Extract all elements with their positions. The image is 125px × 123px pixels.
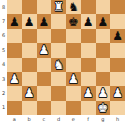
white-king-g1[interactable]: ♚ <box>97 102 108 114</box>
square-h5[interactable] <box>110 43 125 57</box>
square-c3[interactable] <box>37 72 52 86</box>
square-c8[interactable] <box>37 0 52 14</box>
square-g5[interactable] <box>96 43 111 57</box>
white-pawn-g2[interactable]: ♟ <box>97 87 108 99</box>
square-f2[interactable]: ♟ <box>81 86 96 100</box>
square-c6[interactable] <box>37 29 52 43</box>
square-b1[interactable] <box>22 101 37 115</box>
rank-label: 6 <box>0 29 7 43</box>
square-f7[interactable]: ♟ <box>81 14 96 28</box>
square-a4[interactable] <box>7 58 22 72</box>
white-rook-d8[interactable]: ♜ <box>53 1 64 13</box>
square-g1[interactable]: ♚ <box>96 101 111 115</box>
square-f3[interactable] <box>81 72 96 86</box>
square-d3[interactable] <box>51 72 66 86</box>
square-h4[interactable] <box>110 58 125 72</box>
square-h3[interactable] <box>110 72 125 86</box>
square-a7[interactable]: ♟ <box>7 14 22 28</box>
square-e6[interactable] <box>66 29 81 43</box>
square-d5[interactable] <box>51 43 66 57</box>
rank-label: 2 <box>0 86 7 100</box>
square-d8[interactable]: ♜ <box>51 0 66 14</box>
square-b6[interactable] <box>22 29 37 43</box>
file-label: g <box>96 115 111 123</box>
white-knight-d4[interactable]: ♞ <box>53 59 64 71</box>
black-knight-e8[interactable]: ♞ <box>68 1 79 13</box>
square-h6[interactable]: ♟ <box>110 29 125 43</box>
black-pawn-c7[interactable]: ♟ <box>38 16 49 28</box>
square-h8[interactable] <box>110 0 125 14</box>
black-pawn-a7[interactable]: ♟ <box>9 16 20 28</box>
square-e8[interactable]: ♞ <box>66 0 81 14</box>
square-e4[interactable] <box>66 58 81 72</box>
file-label: b <box>22 115 37 123</box>
rank-label: 8 <box>0 0 7 14</box>
square-h1[interactable] <box>110 101 125 115</box>
square-a3[interactable]: ♟ <box>7 72 22 86</box>
square-f8[interactable] <box>81 0 96 14</box>
square-e3[interactable]: ♟ <box>66 72 81 86</box>
black-pawn-b7[interactable]: ♟ <box>24 16 35 28</box>
square-d4[interactable]: ♞ <box>51 58 66 72</box>
chess-diagram: 87654321 ♜♞♟♟♟♚♟♟♟♟♞♟♟♟♟♟♟♚ abcdefgh <box>0 0 125 123</box>
file-labels: abcdefgh <box>7 115 125 123</box>
square-a6[interactable] <box>7 29 22 43</box>
square-e1[interactable] <box>66 101 81 115</box>
square-c1[interactable] <box>37 101 52 115</box>
square-b8[interactable] <box>22 0 37 14</box>
square-c4[interactable] <box>37 58 52 72</box>
square-g8[interactable] <box>96 0 111 14</box>
file-label: c <box>37 115 52 123</box>
square-f5[interactable] <box>81 43 96 57</box>
file-label: h <box>110 115 125 123</box>
file-label: e <box>66 115 81 123</box>
square-g3[interactable] <box>96 72 111 86</box>
square-g7[interactable]: ♟ <box>96 14 111 28</box>
square-h2[interactable]: ♟ <box>110 86 125 100</box>
file-label: d <box>51 115 66 123</box>
square-e5[interactable] <box>66 43 81 57</box>
black-pawn-f7[interactable]: ♟ <box>83 16 94 28</box>
square-c7[interactable]: ♟ <box>37 14 52 28</box>
square-b7[interactable]: ♟ <box>22 14 37 28</box>
square-e2[interactable] <box>66 86 81 100</box>
white-pawn-a3[interactable]: ♟ <box>9 73 20 85</box>
white-pawn-e3[interactable]: ♟ <box>68 73 79 85</box>
square-g4[interactable] <box>96 58 111 72</box>
white-pawn-b2[interactable]: ♟ <box>24 87 35 99</box>
white-pawn-h2[interactable]: ♟ <box>112 87 123 99</box>
square-h7[interactable] <box>110 14 125 28</box>
black-pawn-g7[interactable]: ♟ <box>97 16 108 28</box>
square-b3[interactable] <box>22 72 37 86</box>
file-label: a <box>7 115 22 123</box>
square-b5[interactable] <box>22 43 37 57</box>
black-king-e7[interactable]: ♚ <box>68 16 79 28</box>
chess-board[interactable]: ♜♞♟♟♟♚♟♟♟♟♞♟♟♟♟♟♟♚ <box>7 0 125 115</box>
rank-label: 4 <box>0 58 7 72</box>
square-f6[interactable] <box>81 29 96 43</box>
square-d2[interactable] <box>51 86 66 100</box>
square-c5[interactable]: ♟ <box>37 43 52 57</box>
black-pawn-h6[interactable]: ♟ <box>112 30 123 42</box>
square-a2[interactable] <box>7 86 22 100</box>
square-e7[interactable]: ♚ <box>66 14 81 28</box>
square-d1[interactable] <box>51 101 66 115</box>
rank-label: 5 <box>0 43 7 57</box>
white-pawn-f2[interactable]: ♟ <box>83 87 94 99</box>
white-pawn-c5[interactable]: ♟ <box>38 44 49 56</box>
rank-label: 7 <box>0 14 7 28</box>
square-b2[interactable]: ♟ <box>22 86 37 100</box>
square-a5[interactable] <box>7 43 22 57</box>
square-g6[interactable] <box>96 29 111 43</box>
rank-label: 1 <box>0 101 7 115</box>
square-d6[interactable] <box>51 29 66 43</box>
rank-labels: 87654321 <box>0 0 7 115</box>
square-d7[interactable] <box>51 14 66 28</box>
square-b4[interactable] <box>22 58 37 72</box>
square-c2[interactable] <box>37 86 52 100</box>
square-f1[interactable] <box>81 101 96 115</box>
square-f4[interactable] <box>81 58 96 72</box>
square-g2[interactable]: ♟ <box>96 86 111 100</box>
rank-label: 3 <box>0 72 7 86</box>
file-label: f <box>81 115 96 123</box>
square-a1[interactable] <box>7 101 22 115</box>
square-a8[interactable] <box>7 0 22 14</box>
